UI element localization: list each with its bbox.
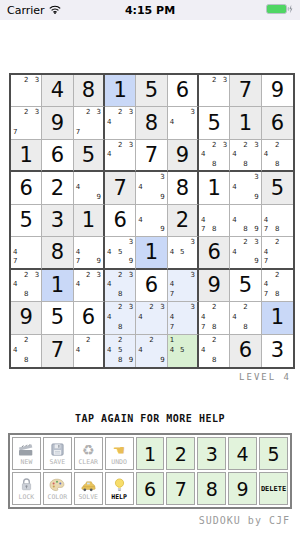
cell-r9c3[interactable]: 24 [74, 335, 105, 367]
status-bar: Carrier 4:15 PM [0, 0, 300, 20]
pencil-mark: 4 [13, 280, 22, 290]
pencil-mark: 3 [93, 271, 101, 281]
pencil-mark: 4 [107, 248, 116, 257]
cell-r6c6[interactable]: 345 [168, 237, 199, 269]
pencil-mark: 3 [125, 271, 134, 281]
cell-r5c3[interactable]: 1 [74, 205, 105, 237]
cell-r1c5[interactable]: 5 [136, 75, 167, 107]
pencil-mark: 3 [219, 141, 228, 150]
cell-r5c6[interactable]: 2 [168, 205, 199, 237]
pencil-mark: 3 [187, 238, 195, 247]
cell-value: 3 [271, 340, 284, 361]
pencil-marks: 145 [168, 335, 197, 367]
pencil-marks: 249 [136, 335, 166, 367]
floppy-icon [50, 442, 65, 458]
pencil-mark: 8 [241, 160, 250, 169]
toolbar-row-1: NEWSAVE♻CLEAR☚UNDO12345 [12, 437, 288, 470]
pencil-mark: 4 [264, 248, 273, 257]
pencil-mark: 4 [232, 248, 241, 257]
level-label: LEVEL 4 [9, 372, 291, 382]
pencil-mark: 4 [138, 313, 147, 323]
pencil-mark: 4 [107, 280, 116, 290]
pencil-marks: 347 [168, 302, 197, 333]
pencil-mark: 4 [232, 216, 241, 226]
pencil-marks: 23 [199, 75, 229, 106]
pencil-marks: 234 [105, 140, 135, 170]
pencil-marks: 234 [105, 107, 135, 138]
pencil-mark: 4 [138, 183, 147, 193]
cell-value: 1 [82, 210, 95, 231]
pencil-mark: 4 [107, 150, 116, 159]
cell-r9c9[interactable]: 3 [262, 335, 293, 367]
cell-r1c1[interactable]: 23 [11, 75, 42, 107]
cell-value: 6 [51, 145, 64, 166]
num-button-9[interactable]: 9 [228, 472, 257, 505]
cell-r7c4[interactable]: 2348 [105, 270, 136, 302]
pencil-marks: 248 [262, 140, 293, 170]
num-button-8[interactable]: 8 [197, 472, 226, 505]
cell-r9c5[interactable]: 249 [136, 335, 167, 367]
cell-r3c6[interactable]: 9 [168, 140, 199, 172]
cell-r3c4[interactable]: 234 [105, 140, 136, 172]
pencil-mark: 3 [125, 303, 134, 313]
pencil-mark: 2 [116, 271, 125, 281]
cell-r1c9[interactable]: 9 [262, 75, 293, 107]
pencil-mark: 3 [156, 303, 165, 313]
pencil-mark: 4 [13, 248, 22, 257]
cell-r9c7[interactable]: 248 [199, 335, 230, 367]
pencil-mark: 7 [13, 128, 22, 138]
pencil-mark: 2 [241, 303, 250, 313]
cell-value: 1 [51, 275, 64, 296]
pencil-marks: 234 [136, 302, 166, 333]
pencil-mark: 3 [250, 141, 259, 150]
pencil-mark: 5 [178, 248, 186, 257]
cell-r6c2[interactable]: 8 [42, 237, 73, 269]
hand-icon: ☚ [113, 442, 126, 458]
cell-r8c3[interactable]: 6 [74, 302, 105, 334]
pencil-marks: 478 [262, 205, 293, 236]
pencil-mark: 4 [138, 216, 147, 226]
pencil-mark: 7 [13, 257, 22, 266]
pencil-mark: 4 [201, 313, 210, 323]
cell-r7c9[interactable]: 2478 [262, 270, 293, 302]
pencil-marks: 489 [230, 205, 260, 236]
cell-r2c7[interactable]: 5 [199, 107, 230, 139]
pencil-marks: 2348 [105, 270, 135, 301]
cell-value: 5 [271, 178, 284, 199]
cell-r9c6[interactable]: 145 [168, 335, 199, 367]
pencil-mark: 3 [125, 141, 134, 150]
pencil-mark: 2 [116, 141, 125, 150]
cell-r2c8[interactable]: 1 [230, 107, 261, 139]
pencil-mark: 3 [187, 108, 195, 118]
pencil-mark: 3 [31, 108, 40, 118]
pencil-mark: 4 [201, 346, 210, 356]
pencil-marks: 2349 [230, 237, 260, 267]
pencil-mark: 8 [210, 323, 219, 333]
pencil-marks: 349 [230, 172, 260, 203]
cell-value: 1 [19, 145, 32, 166]
delete-button[interactable]: DELETE [259, 472, 288, 505]
cell-value: 8 [82, 80, 95, 101]
pencil-mark: 9 [250, 257, 259, 266]
cell-r5c4[interactable]: 6 [105, 205, 136, 237]
pencil-mark: 9 [156, 225, 165, 235]
pencil-mark: 4 [107, 118, 116, 128]
tool-label: LOCK [19, 494, 35, 501]
cell-r5c2[interactable]: 3 [42, 205, 73, 237]
clapperboard-icon [18, 442, 34, 458]
pencil-mark: 2 [84, 271, 92, 281]
pencil-mark: 9 [250, 225, 259, 235]
pencil-mark: 4 [76, 248, 84, 257]
pencil-mark: 4 [107, 313, 116, 323]
cell-value: 5 [19, 210, 32, 231]
cell-r5c9[interactable]: 478 [262, 205, 293, 237]
cell-r6c7[interactable]: 6 [199, 237, 230, 269]
pencil-marks: 234 [74, 270, 103, 301]
pencil-mark: 3 [31, 271, 40, 281]
cell-value: 8 [176, 178, 189, 199]
pencil-marks: 247 [262, 237, 293, 267]
cell-r2c4[interactable]: 234 [105, 107, 136, 139]
pencil-mark: 4 [232, 313, 241, 323]
pencil-mark: 8 [210, 356, 219, 366]
cell-r2c6[interactable]: 34 [168, 107, 199, 139]
cell-r4c1[interactable]: 6 [11, 172, 42, 204]
pencil-mark: 9 [156, 193, 165, 203]
pencil-mark: 2 [210, 303, 219, 313]
cell-r3c3[interactable]: 5 [74, 140, 105, 172]
pencil-mark: 8 [116, 323, 125, 333]
pencil-mark: 3 [250, 238, 259, 247]
pencil-mark: 3 [156, 173, 165, 183]
cell-r9c8[interactable]: 6 [230, 335, 261, 367]
pencil-marks: 349 [136, 172, 166, 203]
cell-value: 2 [51, 178, 64, 199]
pencil-mark: 2 [84, 108, 92, 118]
pencil-mark: 2 [273, 141, 282, 150]
pencil-mark: 8 [210, 160, 219, 169]
cell-r9c1[interactable]: 248 [11, 335, 42, 367]
pencil-marks: 2348 [230, 140, 260, 170]
cell-r7c2[interactable]: 1 [42, 270, 73, 302]
pencil-mark: 8 [241, 225, 250, 235]
cell-r1c3[interactable]: 8 [74, 75, 105, 107]
cell-r8c4[interactable]: 2348 [105, 302, 136, 334]
cell-value: 6 [239, 340, 252, 361]
cell-r1c8[interactable]: 7 [230, 75, 261, 107]
pencil-mark: 4 [264, 150, 273, 159]
cell-value: 1 [271, 307, 284, 328]
cell-value: 7 [145, 145, 158, 166]
pencil-mark: 3 [187, 303, 195, 313]
cell-r8c9[interactable]: 1 [262, 302, 293, 334]
pencil-marks: 2348 [11, 270, 41, 301]
num-button-7[interactable]: 7 [166, 472, 195, 505]
cell-value: 1 [113, 80, 126, 101]
pencil-mark: 4 [13, 346, 22, 356]
pencil-mark: 8 [22, 290, 31, 300]
cell-r7c7[interactable]: 9 [199, 270, 230, 302]
pencil-mark: 4 [170, 346, 178, 356]
cell-r6c9[interactable]: 247 [262, 237, 293, 269]
pencil-mark: 4 [232, 150, 241, 159]
cell-r8c2[interactable]: 5 [42, 302, 73, 334]
cell-value: 5 [51, 307, 64, 328]
cell-r7c3[interactable]: 234 [74, 270, 105, 302]
pencil-mark: 7 [264, 257, 273, 266]
app-credit: SUDOKU by CJF [0, 515, 300, 526]
pencil-mark: 2 [147, 336, 156, 346]
cell-value: 6 [145, 275, 158, 296]
color-button[interactable]: COLOR [43, 472, 72, 505]
cell-r2c5[interactable]: 8 [136, 107, 167, 139]
pencil-marks: 248 [199, 335, 229, 367]
num-button-2[interactable]: 2 [166, 437, 195, 470]
cell-r4c8[interactable]: 349 [230, 172, 261, 204]
pencil-marks: 2478 [199, 302, 229, 333]
cell-r1c2[interactable]: 4 [42, 75, 73, 107]
pencil-mark: 7 [264, 290, 273, 300]
pencil-mark: 4 [264, 280, 273, 290]
pencil-mark: 9 [125, 356, 134, 366]
cell-r6c8[interactable]: 2349 [230, 237, 261, 269]
cell-r4c2[interactable]: 2 [42, 172, 73, 204]
cell-value: 6 [207, 242, 220, 263]
cell-r3c9[interactable]: 248 [262, 140, 293, 172]
pencil-mark: 7 [170, 323, 178, 333]
pencil-mark: 2 [147, 303, 156, 313]
cell-value: 5 [145, 80, 158, 101]
pencil-mark: 7 [201, 323, 210, 333]
cell-value: 5 [207, 113, 220, 134]
toolbar: NEWSAVE♻CLEAR☚UNDO12345 LOCKCOLORSOLVEHE… [8, 433, 292, 509]
pencil-mark: 4 [76, 280, 84, 290]
num-button-4[interactable]: 4 [228, 437, 257, 470]
cell-r2c9[interactable]: 6 [262, 107, 293, 139]
pencil-marks: 347 [168, 270, 197, 301]
cell-r9c4[interactable]: 24589 [105, 335, 136, 367]
tool-label: SOLVE [78, 494, 98, 501]
cell-value: 1 [239, 113, 252, 134]
cell-value: 5 [82, 145, 95, 166]
pencil-mark: 3 [31, 76, 40, 86]
solve-button[interactable]: SOLVE [74, 472, 103, 505]
pencil-marks: 49 [74, 172, 103, 203]
cell-value: 9 [176, 145, 189, 166]
pencil-mark: 8 [22, 356, 31, 366]
pencil-mark: 3 [250, 173, 259, 183]
pencil-mark: 2 [273, 271, 282, 281]
help-message: TAP AGAIN FOR MORE HELP [0, 413, 300, 424]
cell-r3c1[interactable]: 1 [11, 140, 42, 172]
pencil-mark: 8 [116, 290, 125, 300]
pencil-mark: 3 [93, 108, 101, 118]
toolbar-row-2: LOCKCOLORSOLVEHELP6789DELETE [12, 472, 288, 505]
pencil-mark: 4 [107, 346, 116, 356]
sudoku-app-screen: Carrier 4:15 PM 234815623792379237234834… [0, 0, 300, 533]
cell-r4c3[interactable]: 49 [74, 172, 105, 204]
cell-r7c5[interactable]: 6 [136, 270, 167, 302]
pencil-marks: 24589 [105, 335, 135, 367]
pencil-mark: 5 [116, 346, 125, 356]
pencil-mark: 9 [250, 193, 259, 203]
cell-r3c8[interactable]: 2348 [230, 140, 261, 172]
cell-r8c5[interactable]: 234 [136, 302, 167, 334]
cell-value: 2 [176, 210, 189, 231]
cell-r2c3[interactable]: 237 [74, 107, 105, 139]
pencil-mark: 8 [273, 225, 282, 235]
pencil-mark: 2 [22, 76, 31, 86]
pencil-marks: 49 [136, 205, 166, 236]
cell-value: 3 [51, 210, 64, 231]
pencil-mark: 2 [116, 108, 125, 118]
cell-value: 6 [113, 210, 126, 231]
pencil-mark: 2 [116, 336, 125, 346]
cell-value: 6 [271, 113, 284, 134]
pencil-mark: 7 [170, 290, 178, 300]
pencil-mark: 3 [219, 76, 228, 86]
pencil-mark: 3 [125, 108, 134, 118]
num-button-3[interactable]: 3 [197, 437, 226, 470]
cell-r7c8[interactable]: 5 [230, 270, 261, 302]
pencil-marks: 237 [11, 107, 41, 138]
pencil-marks: 34 [168, 107, 197, 138]
cell-r5c8[interactable]: 489 [230, 205, 261, 237]
pencil-mark: 2 [116, 303, 125, 313]
cell-r1c4[interactable]: 1 [105, 75, 136, 107]
pencil-mark: 8 [210, 225, 219, 235]
pencil-mark: 4 [76, 346, 84, 356]
cell-r9c2[interactable]: 7 [42, 335, 73, 367]
cell-r8c7[interactable]: 2478 [199, 302, 230, 334]
clear-button[interactable]: ♻CLEAR [74, 437, 103, 470]
cell-r5c7[interactable]: 478 [199, 205, 230, 237]
pencil-marks: 23 [11, 75, 41, 106]
pencil-mark: 7 [201, 225, 210, 235]
num-button-6[interactable]: 6 [136, 472, 165, 505]
cell-r4c7[interactable]: 1 [199, 172, 230, 204]
cell-value: 9 [19, 307, 32, 328]
cell-value: 7 [51, 340, 64, 361]
pencil-mark: 2 [273, 238, 282, 247]
cell-r6c4[interactable]: 3459 [105, 237, 136, 269]
cell-r6c1[interactable]: 47 [11, 237, 42, 269]
undo-button[interactable]: ☚UNDO [105, 437, 134, 470]
pencil-marks: 3459 [105, 237, 135, 267]
pencil-mark: 7 [76, 257, 84, 266]
pencil-mark: 4 [170, 248, 178, 257]
cell-r6c3[interactable]: 479 [74, 237, 105, 269]
tool-label: NEW [21, 459, 33, 466]
pencil-mark: 4 [264, 216, 273, 226]
lock-button[interactable]: LOCK [12, 472, 41, 505]
cell-value: 7 [113, 178, 126, 199]
padlock-icon [19, 477, 34, 493]
pencil-mark: 2 [22, 108, 31, 118]
cell-r8c6[interactable]: 347 [168, 302, 199, 334]
pencil-marks: 478 [199, 205, 229, 236]
cell-value: 1 [207, 178, 220, 199]
tool-label: COLOR [48, 494, 68, 501]
pencil-mark: 4 [170, 313, 178, 323]
cell-r4c6[interactable]: 8 [168, 172, 199, 204]
cell-value: 6 [176, 80, 189, 101]
num-button-1[interactable]: 1 [136, 437, 165, 470]
pencil-marks: 248 [230, 302, 260, 333]
cell-r6c5[interactable]: 1 [136, 237, 167, 269]
cell-r3c2[interactable]: 6 [42, 140, 73, 172]
help-button[interactable]: HELP [105, 472, 134, 505]
cell-value: 9 [207, 275, 220, 296]
cell-r2c1[interactable]: 237 [11, 107, 42, 139]
pencil-mark: 9 [156, 356, 165, 366]
pencil-mark: 9 [93, 257, 101, 266]
cell-value: 5 [239, 275, 252, 296]
pencil-mark: 7 [264, 225, 273, 235]
cell-r3c7[interactable]: 2348 [199, 140, 230, 172]
cell-r4c4[interactable]: 7 [105, 172, 136, 204]
cell-r1c7[interactable]: 23 [199, 75, 230, 107]
pencil-marks: 479 [74, 237, 103, 267]
pencil-mark: 2 [210, 336, 219, 346]
cell-r7c1[interactable]: 2348 [11, 270, 42, 302]
pencil-marks: 2478 [262, 270, 293, 301]
cell-r5c1[interactable]: 5 [11, 205, 42, 237]
pencil-marks: 237 [74, 107, 103, 138]
cell-value: 9 [271, 80, 284, 101]
clock: 4:15 PM [0, 4, 300, 17]
pencil-mark: 2 [22, 271, 31, 281]
cell-r8c8[interactable]: 248 [230, 302, 261, 334]
pencil-mark: 4 [138, 346, 147, 356]
pencil-mark: 2 [241, 141, 250, 150]
pencil-mark: 4 [76, 183, 84, 193]
pencil-mark: 2 [241, 238, 250, 247]
pencil-marks: 47 [11, 237, 41, 267]
pencil-marks: 2348 [105, 302, 135, 333]
cell-value: 6 [19, 178, 32, 199]
sudoku-board: 2348156237923792372348345161652347923482… [9, 73, 295, 369]
cell-value: 8 [145, 113, 158, 134]
pencil-mark: 8 [273, 160, 282, 169]
pencil-mark: 4 [201, 216, 210, 226]
cell-r1c6[interactable]: 6 [168, 75, 199, 107]
tool-label: UNDO [111, 459, 127, 466]
new-button[interactable]: NEW [12, 437, 41, 470]
car-icon [80, 477, 96, 493]
pencil-marks: 2348 [199, 140, 229, 170]
pencil-marks: 24 [74, 335, 103, 367]
cell-r4c9[interactable]: 5 [262, 172, 293, 204]
cell-r2c2[interactable]: 9 [42, 107, 73, 139]
cell-r8c1[interactable]: 9 [11, 302, 42, 334]
cell-value: 7 [239, 80, 252, 101]
pencil-mark: 5 [178, 346, 186, 356]
cell-value: 8 [51, 242, 64, 263]
tool-label: HELP [111, 494, 127, 501]
cell-r5c5[interactable]: 49 [136, 205, 167, 237]
pencil-mark: 2 [210, 76, 219, 86]
cell-r3c5[interactable]: 7 [136, 140, 167, 172]
num-button-5[interactable]: 5 [259, 437, 288, 470]
cell-r7c6[interactable]: 347 [168, 270, 199, 302]
cell-r4c5[interactable]: 349 [136, 172, 167, 204]
save-button[interactable]: SAVE [43, 437, 72, 470]
pencil-mark: 4 [232, 183, 241, 193]
